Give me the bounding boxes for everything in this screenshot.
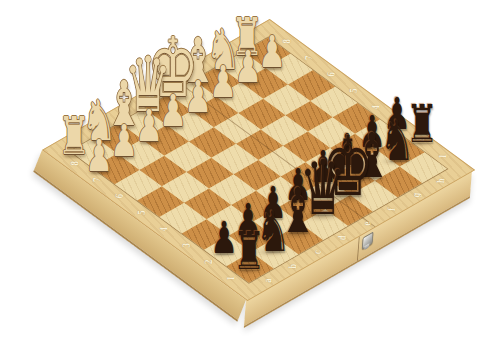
rank-label-right-6: 6 (325, 72, 336, 77)
piece-white-pawn-e7[interactable]: ♟ (184, 75, 212, 119)
rank-label-left-4: 4 (158, 227, 169, 232)
piece-white-pawn-f7[interactable]: ♟ (209, 60, 237, 104)
piece-white-pawn-b7[interactable]: ♟ (110, 119, 138, 163)
wooden-chess-set-photo: 88aa77bb66cc55dd44ee33ff22gg11hh ♜♞♝♛♚♝♞… (0, 0, 500, 347)
piece-white-pawn-h7[interactable]: ♟ (259, 30, 287, 74)
rank-label-right-1: 1 (437, 154, 448, 159)
rank-label-left-5: 5 (136, 210, 147, 215)
rank-label-left-6: 6 (113, 194, 124, 199)
latch-hook (364, 243, 369, 250)
file-label-front-g: g (410, 192, 421, 197)
rank-label-right-7: 7 (303, 56, 314, 61)
file-label-front-b: b (287, 263, 298, 268)
piece-white-pawn-a7[interactable]: ♟ (85, 134, 113, 178)
piece-white-pawn-g7[interactable]: ♟ (234, 45, 262, 89)
piece-white-pawn-c7[interactable]: ♟ (135, 104, 163, 148)
box-fold-seam-front (357, 235, 360, 261)
piece-black-rook-a1[interactable]: ♜ (232, 226, 265, 278)
piece-white-pawn-d7[interactable]: ♟ (160, 90, 188, 134)
rank-label-right-5: 5 (348, 88, 359, 93)
file-label-front-f: f (386, 207, 397, 210)
file-label-front-h: h (435, 178, 446, 183)
file-label-front-d: d (336, 235, 347, 240)
rank-label-left-3: 3 (180, 243, 191, 248)
file-label-front-e: e (361, 221, 372, 226)
file-label-front-c: c (311, 250, 322, 254)
